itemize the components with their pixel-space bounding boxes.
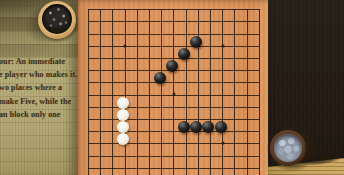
caption-line: wo places where a — [0, 81, 72, 94]
white-stone[interactable] — [117, 109, 129, 121]
caption-line: e player who makes it. — [0, 68, 72, 81]
star-point — [221, 44, 224, 47]
black-stone[interactable] — [215, 121, 227, 133]
black-stone[interactable] — [190, 36, 202, 48]
black-stones-in-bowl — [42, 4, 72, 34]
star-point — [172, 93, 175, 96]
black-stone[interactable] — [178, 48, 190, 60]
white-stones-in-bowl — [274, 134, 302, 162]
black-stone[interactable] — [190, 121, 202, 133]
caption-lead: our: — [0, 57, 14, 66]
star-point — [123, 44, 126, 47]
caption-line: an block only one — [0, 108, 72, 121]
black-stone[interactable] — [166, 60, 178, 72]
white-stone[interactable] — [117, 133, 129, 145]
caption-line: our: An immediate — [0, 55, 72, 68]
white-stone-bowl — [270, 130, 306, 166]
black-stone[interactable] — [178, 121, 190, 133]
black-stone[interactable] — [202, 121, 214, 133]
star-point — [221, 142, 224, 145]
white-stone[interactable] — [117, 97, 129, 109]
scene: our: An immediate e player who makes it.… — [0, 0, 344, 175]
white-stone[interactable] — [117, 121, 129, 133]
caption-line-text: An immediate — [14, 57, 65, 66]
caption-text: our: An immediate e player who makes it.… — [0, 55, 72, 121]
go-board[interactable] — [78, 0, 268, 175]
black-stone-bowl — [38, 1, 76, 39]
black-stone[interactable] — [154, 72, 166, 84]
caption-line: make Five, while the — [0, 95, 72, 108]
